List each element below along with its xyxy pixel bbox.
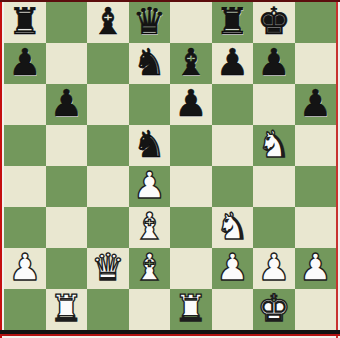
square-c2[interactable]: ♛	[87, 248, 129, 289]
black-pawn[interactable]: ♟	[174, 84, 207, 124]
square-d4[interactable]: ♟	[129, 166, 171, 207]
square-e7[interactable]: ♝	[170, 43, 212, 84]
square-f2[interactable]: ♟	[212, 248, 254, 289]
square-c7[interactable]	[87, 43, 129, 84]
square-d8[interactable]: ♛	[129, 2, 171, 43]
white-pawn[interactable]: ♟	[216, 248, 249, 288]
white-rook[interactable]: ♜	[174, 289, 207, 329]
square-a5[interactable]	[4, 125, 46, 166]
white-king[interactable]: ♚	[257, 289, 290, 329]
square-f1[interactable]	[212, 289, 254, 330]
square-d1[interactable]	[129, 289, 171, 330]
annotation-border-left	[0, 0, 2, 338]
annotation-border-bottom	[0, 334, 340, 336]
white-knight[interactable]: ♞	[216, 207, 249, 247]
square-h7[interactable]	[295, 43, 337, 84]
square-e8[interactable]	[170, 2, 212, 43]
square-a3[interactable]	[4, 207, 46, 248]
square-f3[interactable]: ♞	[212, 207, 254, 248]
square-g1[interactable]: ♚	[253, 289, 295, 330]
square-f7[interactable]: ♟	[212, 43, 254, 84]
white-bishop[interactable]: ♝	[133, 207, 166, 247]
board-bottom-edge	[0, 330, 340, 334]
square-b1[interactable]: ♜	[46, 289, 88, 330]
square-a7[interactable]: ♟	[4, 43, 46, 84]
square-c5[interactable]	[87, 125, 129, 166]
square-h5[interactable]	[295, 125, 337, 166]
white-pawn[interactable]: ♟	[8, 248, 41, 288]
black-rook[interactable]: ♜	[8, 2, 41, 42]
square-g6[interactable]	[253, 84, 295, 125]
square-g7[interactable]: ♟	[253, 43, 295, 84]
square-d6[interactable]	[129, 84, 171, 125]
square-b4[interactable]	[46, 166, 88, 207]
white-pawn[interactable]: ♟	[257, 248, 290, 288]
square-a6[interactable]	[4, 84, 46, 125]
black-knight[interactable]: ♞	[133, 125, 166, 165]
square-b3[interactable]	[46, 207, 88, 248]
square-g8[interactable]: ♚	[253, 2, 295, 43]
black-pawn[interactable]: ♟	[299, 84, 332, 124]
square-c6[interactable]	[87, 84, 129, 125]
white-rook[interactable]: ♜	[50, 289, 83, 329]
square-e4[interactable]	[170, 166, 212, 207]
black-bishop[interactable]: ♝	[91, 2, 124, 42]
black-pawn[interactable]: ♟	[216, 43, 249, 83]
square-a1[interactable]	[4, 289, 46, 330]
square-d2[interactable]: ♝	[129, 248, 171, 289]
black-pawn[interactable]: ♟	[50, 84, 83, 124]
white-knight[interactable]: ♞	[257, 125, 290, 165]
square-d5[interactable]: ♞	[129, 125, 171, 166]
white-pawn[interactable]: ♟	[133, 166, 166, 206]
chess-board: ♜♝♛♜♚♟♞♝♟♟♟♟♟♞♞♟♝♞♟♛♝♟♟♟♜♜♚	[4, 2, 336, 330]
square-h6[interactable]: ♟	[295, 84, 337, 125]
square-a8[interactable]: ♜	[4, 2, 46, 43]
square-e5[interactable]	[170, 125, 212, 166]
square-e1[interactable]: ♜	[170, 289, 212, 330]
square-d3[interactable]: ♝	[129, 207, 171, 248]
square-c1[interactable]	[87, 289, 129, 330]
square-f5[interactable]	[212, 125, 254, 166]
white-queen[interactable]: ♛	[91, 248, 124, 288]
square-g2[interactable]: ♟	[253, 248, 295, 289]
square-b7[interactable]	[46, 43, 88, 84]
square-c8[interactable]: ♝	[87, 2, 129, 43]
square-h4[interactable]	[295, 166, 337, 207]
square-a2[interactable]: ♟	[4, 248, 46, 289]
square-h1[interactable]	[295, 289, 337, 330]
square-b6[interactable]: ♟	[46, 84, 88, 125]
square-c4[interactable]	[87, 166, 129, 207]
square-f8[interactable]: ♜	[212, 2, 254, 43]
square-e6[interactable]: ♟	[170, 84, 212, 125]
square-g5[interactable]: ♞	[253, 125, 295, 166]
square-e2[interactable]	[170, 248, 212, 289]
square-f4[interactable]	[212, 166, 254, 207]
black-knight[interactable]: ♞	[133, 43, 166, 83]
square-a4[interactable]	[4, 166, 46, 207]
black-pawn[interactable]: ♟	[8, 43, 41, 83]
square-b5[interactable]	[46, 125, 88, 166]
chess-board-screenshot: ♜♝♛♜♚♟♞♝♟♟♟♟♟♞♞♟♝♞♟♛♝♟♟♟♜♜♚	[0, 0, 340, 338]
black-rook[interactable]: ♜	[216, 2, 249, 42]
square-d7[interactable]: ♞	[129, 43, 171, 84]
white-pawn[interactable]: ♟	[299, 248, 332, 288]
square-h3[interactable]	[295, 207, 337, 248]
square-c3[interactable]	[87, 207, 129, 248]
square-f6[interactable]	[212, 84, 254, 125]
square-h2[interactable]: ♟	[295, 248, 337, 289]
square-g4[interactable]	[253, 166, 295, 207]
square-b2[interactable]	[46, 248, 88, 289]
black-king[interactable]: ♚	[257, 2, 290, 42]
white-bishop[interactable]: ♝	[133, 248, 166, 288]
square-h8[interactable]	[295, 2, 337, 43]
annotation-border-right	[336, 0, 338, 338]
black-pawn[interactable]: ♟	[257, 43, 290, 83]
square-b8[interactable]	[46, 2, 88, 43]
square-e3[interactable]	[170, 207, 212, 248]
black-bishop[interactable]: ♝	[174, 43, 207, 83]
square-g3[interactable]	[253, 207, 295, 248]
black-queen[interactable]: ♛	[133, 2, 166, 42]
